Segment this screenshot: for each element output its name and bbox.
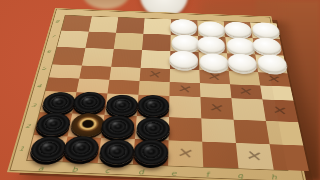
square-e2[interactable] bbox=[169, 117, 203, 141]
square-e4[interactable]: ✕ bbox=[169, 82, 200, 97]
square-b6[interactable] bbox=[82, 48, 114, 67]
square-e3[interactable] bbox=[169, 96, 201, 119]
square-a1[interactable] bbox=[27, 135, 67, 161]
board-wrap: ✕✕✕✕✕✕✕✕✕✕ abcdefgh 87654321 bbox=[0, 0, 320, 180]
file-label-c: c bbox=[90, 165, 124, 177]
square-c2[interactable] bbox=[101, 115, 137, 139]
piece-white-f7[interactable] bbox=[197, 36, 226, 54]
scene: ✕✕✕✕✕✕✕✕✕✕ abcdefgh 87654321 bbox=[0, 0, 320, 180]
piece-ring-b2[interactable] bbox=[69, 113, 106, 137]
square-h7[interactable] bbox=[253, 38, 284, 56]
square-g6[interactable]: ✕ bbox=[227, 53, 258, 72]
square-g4[interactable]: ✕ bbox=[230, 84, 262, 99]
piece-black-a2[interactable] bbox=[34, 112, 72, 136]
square-g8[interactable] bbox=[224, 21, 253, 37]
square-h3[interactable]: ✕ bbox=[262, 99, 298, 122]
board-frame: ✕✕✕✕✕✕✕✕✕✕ abcdefgh 87654321 bbox=[7, 8, 307, 180]
square-b8[interactable] bbox=[89, 16, 118, 32]
square-g7[interactable] bbox=[225, 37, 255, 55]
square-f8[interactable] bbox=[197, 20, 225, 36]
square-e7[interactable] bbox=[170, 35, 198, 53]
square-b5[interactable] bbox=[79, 66, 111, 80]
square-f5[interactable]: ✕ bbox=[199, 70, 230, 84]
file-label-e: e bbox=[157, 167, 191, 179]
square-c5[interactable] bbox=[109, 67, 140, 81]
x-mark: ✕ bbox=[263, 99, 296, 123]
x-mark: ✕ bbox=[236, 142, 272, 170]
piece-black-c3[interactable] bbox=[105, 94, 139, 117]
square-h6[interactable] bbox=[255, 54, 287, 73]
square-h4[interactable] bbox=[260, 86, 293, 101]
square-d8[interactable] bbox=[143, 18, 171, 34]
square-c4[interactable] bbox=[107, 80, 139, 95]
square-d6[interactable] bbox=[141, 50, 171, 69]
piece-white-e6[interactable] bbox=[169, 50, 198, 69]
square-d2[interactable] bbox=[135, 116, 169, 140]
square-d7[interactable] bbox=[142, 34, 171, 52]
square-d1[interactable] bbox=[133, 139, 169, 166]
piece-white-h6[interactable] bbox=[256, 54, 288, 73]
piece-white-h7[interactable] bbox=[252, 37, 283, 55]
checkers-board: ✕✕✕✕✕✕✕✕✕✕ abcdefgh 87654321 bbox=[7, 8, 307, 180]
square-f7[interactable] bbox=[198, 36, 227, 54]
file-label-b: b bbox=[57, 163, 91, 175]
x-mark: ✕ bbox=[199, 96, 234, 120]
square-f3[interactable]: ✕ bbox=[200, 97, 233, 120]
square-b3[interactable] bbox=[72, 92, 107, 114]
file-label-f: f bbox=[190, 168, 225, 180]
square-b1[interactable] bbox=[62, 136, 101, 162]
square-a2[interactable] bbox=[34, 112, 72, 136]
square-a4[interactable] bbox=[45, 77, 79, 92]
square-f2[interactable] bbox=[201, 118, 236, 143]
square-f4[interactable] bbox=[200, 83, 232, 98]
piece-black-c1[interactable] bbox=[98, 139, 135, 166]
square-g2[interactable] bbox=[234, 120, 270, 145]
square-e6[interactable] bbox=[170, 51, 199, 70]
square-c6[interactable] bbox=[111, 49, 142, 68]
square-d5[interactable]: ✕ bbox=[140, 68, 170, 82]
square-h5[interactable]: ✕ bbox=[258, 72, 290, 86]
piece-black-d3[interactable] bbox=[137, 95, 170, 118]
square-c3[interactable] bbox=[104, 93, 138, 115]
square-a6[interactable] bbox=[53, 47, 86, 66]
square-g3[interactable] bbox=[231, 98, 265, 121]
piece-white-g8[interactable] bbox=[224, 21, 253, 37]
piece-white-g6[interactable] bbox=[227, 53, 258, 72]
piece-white-e8[interactable] bbox=[170, 19, 197, 35]
board-grid: ✕✕✕✕✕✕✕✕✕✕ bbox=[26, 15, 288, 171]
square-h1[interactable] bbox=[270, 144, 309, 171]
square-c8[interactable] bbox=[116, 17, 145, 33]
square-b2[interactable] bbox=[68, 113, 105, 137]
square-g1[interactable]: ✕ bbox=[236, 143, 274, 170]
file-label-g: g bbox=[223, 170, 258, 180]
square-g5[interactable] bbox=[229, 71, 260, 85]
square-h8[interactable] bbox=[250, 22, 280, 39]
square-d4[interactable] bbox=[138, 81, 169, 96]
piece-white-h8[interactable] bbox=[251, 22, 281, 38]
x-mark: ✕ bbox=[166, 140, 205, 168]
piece-black-d1[interactable] bbox=[133, 139, 169, 166]
square-a5[interactable] bbox=[49, 64, 82, 78]
piece-white-e7[interactable] bbox=[172, 34, 200, 52]
piece-black-d2[interactable] bbox=[136, 117, 170, 141]
piece-black-b1[interactable] bbox=[62, 135, 101, 161]
square-c1[interactable] bbox=[98, 138, 135, 165]
square-c7[interactable] bbox=[114, 33, 144, 50]
square-e8[interactable] bbox=[171, 19, 198, 35]
square-e1[interactable]: ✕ bbox=[168, 140, 203, 167]
square-b7[interactable] bbox=[85, 32, 116, 49]
file-label-h: h bbox=[255, 171, 291, 180]
square-f6[interactable] bbox=[199, 52, 229, 71]
square-a7[interactable] bbox=[57, 31, 89, 48]
square-a8[interactable] bbox=[61, 15, 91, 31]
square-e5[interactable] bbox=[170, 69, 200, 83]
square-a3[interactable] bbox=[40, 91, 77, 113]
square-h2[interactable] bbox=[266, 121, 303, 146]
piece-black-c2[interactable] bbox=[100, 115, 136, 139]
file-label-a: a bbox=[23, 162, 58, 174]
piece-black-b3[interactable] bbox=[71, 91, 106, 113]
piece-white-g7[interactable] bbox=[226, 37, 256, 55]
square-d3[interactable] bbox=[137, 95, 170, 118]
file-label-d: d bbox=[124, 166, 158, 178]
piece-white-f6[interactable] bbox=[199, 53, 229, 72]
square-f1[interactable] bbox=[202, 142, 238, 169]
